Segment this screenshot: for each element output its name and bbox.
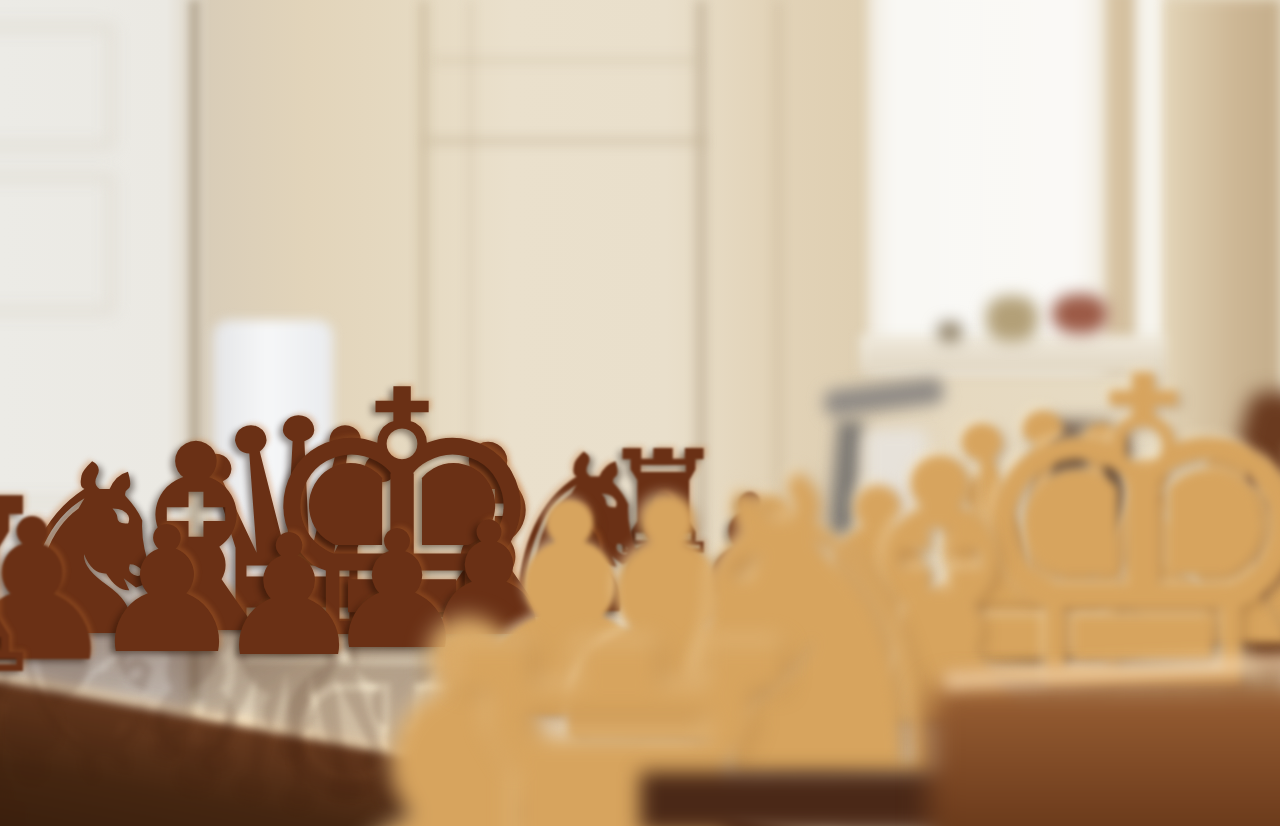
black-rook-a8: ♜ xyxy=(0,467,63,708)
photo-scene: ♜♜♞♞♝♝♛♛♚♚♝♝♞♞♜♜♟♟♟♟♟♟♟♟♟♟♟♟♟♟♟♟♟♟♟♟♟♟♟♟… xyxy=(0,0,1280,826)
foreground-table-corner xyxy=(928,684,1280,826)
